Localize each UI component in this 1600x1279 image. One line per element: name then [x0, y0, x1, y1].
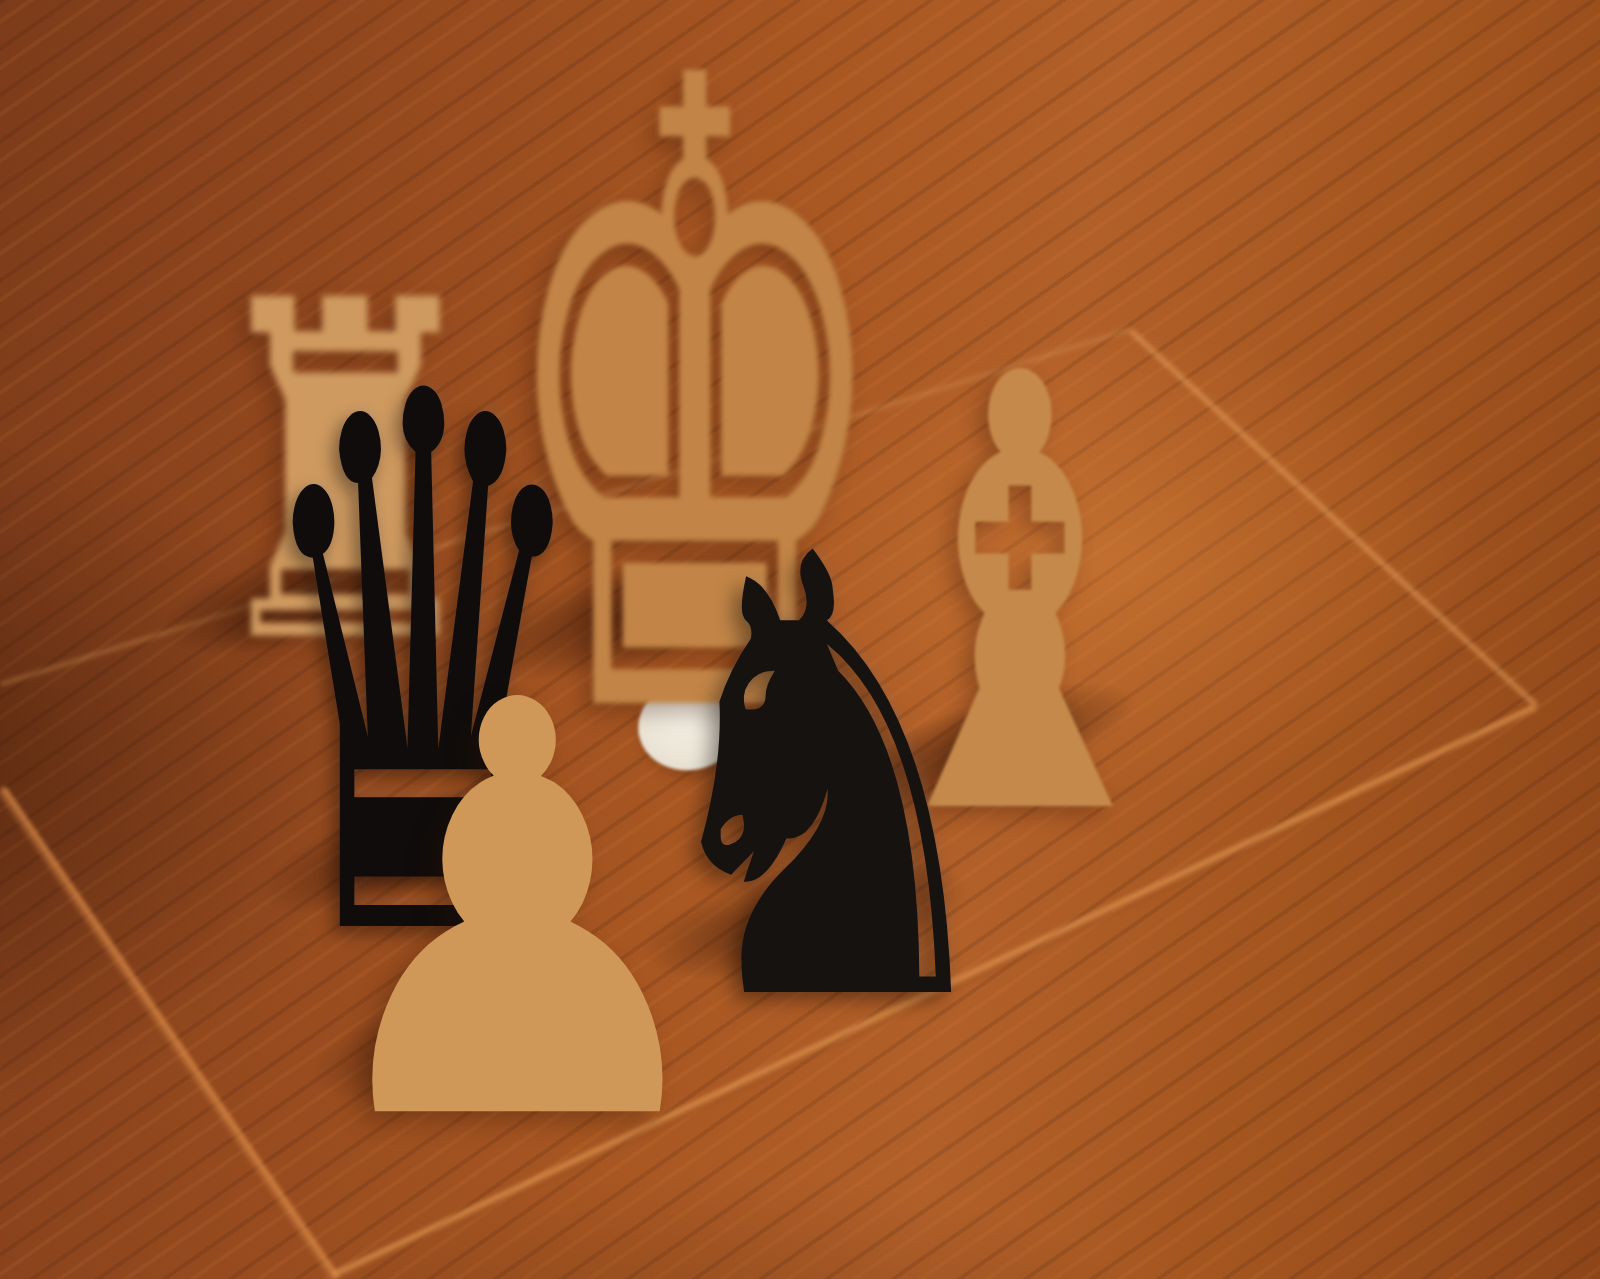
photo-chess-pieces-on-box: ♜ ♚ ♝ ♛ ♞ ♟ [0, 0, 1600, 1279]
